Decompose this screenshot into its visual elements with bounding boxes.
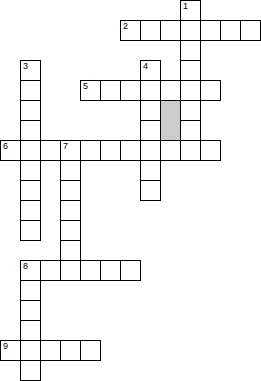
grid-cell[interactable] xyxy=(60,200,81,221)
clue-number: 7 xyxy=(63,141,68,151)
grid-cell[interactable] xyxy=(60,220,81,241)
clue-number: 6 xyxy=(3,141,8,151)
crossword-grid: 123456789 xyxy=(0,0,261,381)
grid-cell[interactable] xyxy=(120,260,141,281)
grid-cell[interactable] xyxy=(140,160,161,181)
grid-cell[interactable] xyxy=(20,120,41,141)
grid-cell[interactable] xyxy=(20,160,41,181)
grid-cell[interactable] xyxy=(180,60,201,81)
grid-cell[interactable] xyxy=(60,240,81,261)
grid-cell[interactable]: 1 xyxy=(180,0,201,21)
grid-cell[interactable]: 3 xyxy=(20,60,41,81)
grid-cell[interactable] xyxy=(80,140,101,161)
grid-cell[interactable] xyxy=(120,80,141,101)
grid-cell[interactable] xyxy=(180,80,201,101)
grid-cell[interactable]: 6 xyxy=(0,140,21,161)
grid-cell[interactable] xyxy=(180,40,201,61)
grid-cell[interactable] xyxy=(20,360,41,381)
grid-cell[interactable] xyxy=(140,120,161,141)
grid-cell[interactable] xyxy=(80,260,101,281)
grid-cell[interactable] xyxy=(180,20,201,41)
grid-cell[interactable]: 9 xyxy=(0,340,21,361)
grid-cell[interactable] xyxy=(160,140,181,161)
grid-cell[interactable] xyxy=(60,160,81,181)
clue-number: 8 xyxy=(23,261,28,271)
grid-cell[interactable] xyxy=(20,80,41,101)
grid-cell[interactable] xyxy=(180,120,201,141)
grid-cell[interactable] xyxy=(20,280,41,301)
clue-number: 9 xyxy=(3,341,8,351)
grid-cell[interactable]: 5 xyxy=(80,80,101,101)
clue-number: 1 xyxy=(183,1,188,11)
grid-cell[interactable]: 4 xyxy=(140,60,161,81)
grid-cell[interactable] xyxy=(140,80,161,101)
grid-cell[interactable] xyxy=(20,200,41,221)
clue-number: 3 xyxy=(23,61,28,71)
grid-cell[interactable] xyxy=(220,20,241,41)
grid-cell[interactable] xyxy=(20,220,41,241)
grid-cell[interactable] xyxy=(20,100,41,121)
grid-cell[interactable]: 8 xyxy=(20,260,41,281)
grid-cell[interactable] xyxy=(200,80,221,101)
grid-cell[interactable] xyxy=(160,80,181,101)
grid-cell[interactable] xyxy=(200,20,221,41)
grid-cell[interactable] xyxy=(80,340,101,361)
clue-number: 2 xyxy=(123,21,128,31)
grid-cell[interactable] xyxy=(40,340,61,361)
grid-cell[interactable] xyxy=(20,320,41,341)
grid-cell[interactable]: 7 xyxy=(60,140,81,161)
grid-cell[interactable] xyxy=(60,340,81,361)
grid-cell[interactable] xyxy=(20,340,41,361)
clue-number: 5 xyxy=(83,81,88,91)
clue-number: 4 xyxy=(143,61,148,71)
grid-cell[interactable] xyxy=(60,260,81,281)
grid-cell[interactable] xyxy=(140,20,161,41)
grid-cell[interactable] xyxy=(100,80,121,101)
grid-cell[interactable] xyxy=(200,140,221,161)
grid-cell[interactable] xyxy=(160,20,181,41)
grid-cell[interactable] xyxy=(120,140,141,161)
grid-cell[interactable] xyxy=(180,140,201,161)
grid-cell[interactable] xyxy=(20,180,41,201)
grid-cell[interactable]: 2 xyxy=(120,20,141,41)
grid-cell[interactable] xyxy=(60,180,81,201)
grid-cell[interactable] xyxy=(180,100,201,121)
grid-cell[interactable] xyxy=(240,20,261,41)
grid-cell[interactable] xyxy=(20,300,41,321)
grid-cell[interactable] xyxy=(40,260,61,281)
grid-cell[interactable] xyxy=(20,140,41,161)
grid-cell[interactable] xyxy=(40,140,61,161)
grid-cell[interactable] xyxy=(140,180,161,201)
grid-cell[interactable] xyxy=(100,260,121,281)
shaded-cell[interactable] xyxy=(160,100,181,141)
grid-cell[interactable] xyxy=(100,140,121,161)
grid-cell[interactable] xyxy=(140,100,161,121)
grid-cell[interactable] xyxy=(140,140,161,161)
